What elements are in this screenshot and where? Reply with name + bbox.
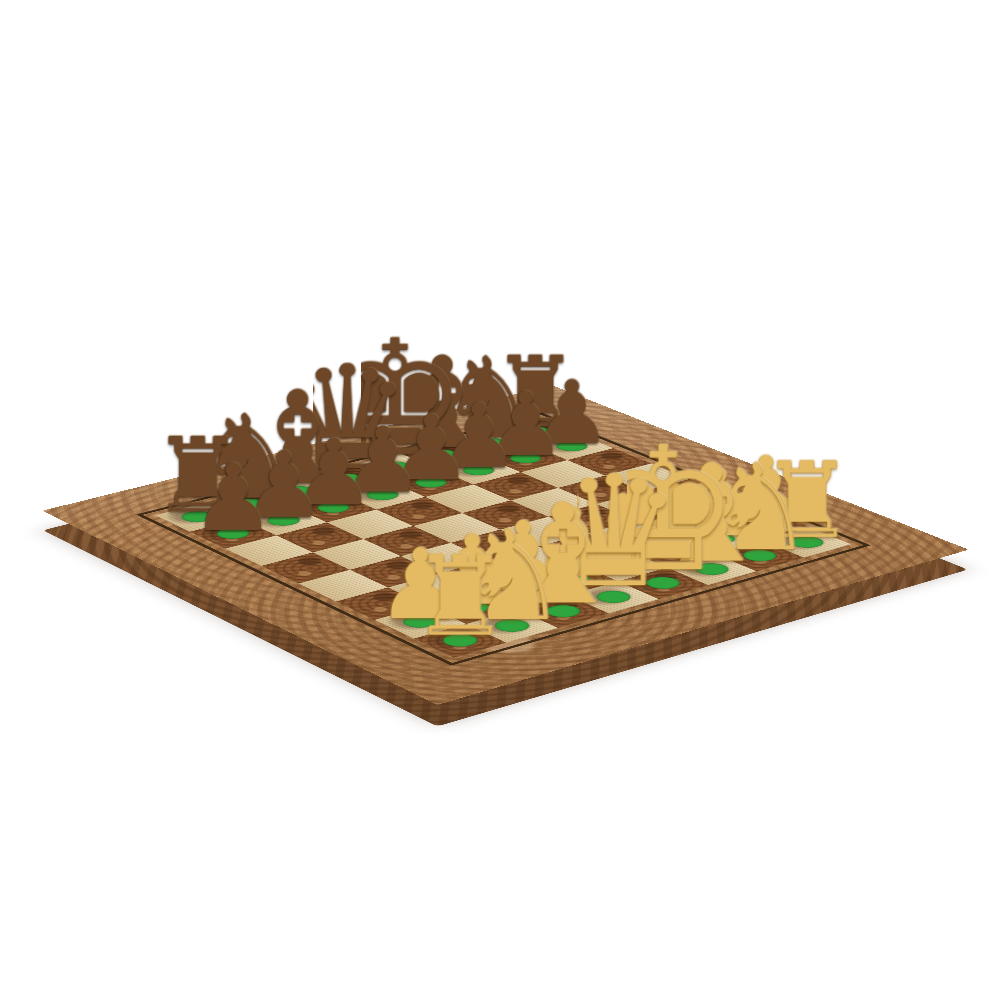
chessboard: ♜♞♟♝♟♚♟♛♟♝♟♞♟♜♟♟♟♟♜♟♞♟♝♟♚♟♛♟♝♟♞♜ [42, 385, 969, 705]
piece-black-knight-b8: ♞ [214, 317, 283, 504]
piece-black-queen-d8: ♛ [313, 295, 381, 479]
piece-black-bishop-c8: ♝ [264, 306, 332, 492]
board-scene: ♜♞♟♝♟♚♟♛♟♝♟♞♟♜♟♟♟♟♜♟♞♟♝♟♚♟♛♟♝♟♞♜ [0, 0, 1000, 1000]
piece-black-knight-g8: ♞ [456, 263, 522, 443]
piece-black-king-e8: ♚ [361, 285, 428, 468]
piece-black-rook-h8: ♜ [502, 253, 568, 432]
piece-black-bishop-f8: ♝ [409, 274, 476, 456]
piece-black-rook-a8: ♜ [163, 329, 232, 518]
product-photo-stage: ♜♞♟♝♟♚♟♛♟♝♟♞♟♜♟♟♟♟♜♟♞♟♝♟♚♟♛♟♝♟♞♜ [0, 0, 1000, 1000]
